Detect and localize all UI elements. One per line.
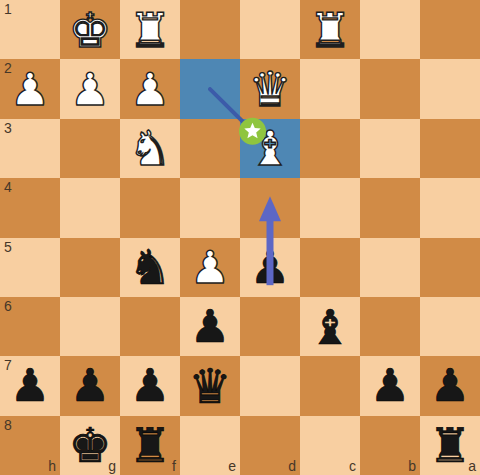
piece-black-king-g8[interactable]: ♚	[68, 421, 111, 469]
square-b2[interactable]	[360, 59, 420, 118]
rank-label-5: 5	[4, 239, 12, 255]
piece-black-queen-e7[interactable]: ♛	[188, 362, 231, 410]
square-b5[interactable]	[360, 238, 420, 297]
square-h6[interactable]: 6	[0, 297, 60, 356]
square-f6[interactable]	[120, 297, 180, 356]
square-e2[interactable]	[180, 59, 240, 118]
square-d5[interactable]: ♟	[240, 238, 300, 297]
square-d8[interactable]: d	[240, 416, 300, 475]
square-c5[interactable]	[300, 238, 360, 297]
square-a6[interactable]	[420, 297, 480, 356]
square-h1[interactable]: 1	[0, 0, 60, 59]
square-g8[interactable]: g♚	[60, 416, 120, 475]
piece-black-pawn-h7[interactable]: ♟	[10, 363, 50, 408]
square-e5[interactable]: ♟	[180, 238, 240, 297]
rank-label-3: 3	[4, 120, 12, 136]
square-f7[interactable]: ♟	[120, 356, 180, 415]
file-label-c: c	[349, 458, 356, 474]
square-g4[interactable]	[60, 178, 120, 237]
piece-black-pawn-f7[interactable]: ♟	[130, 363, 170, 408]
piece-white-pawn-h2[interactable]: ♟	[10, 67, 50, 112]
square-a7[interactable]: ♟	[420, 356, 480, 415]
file-label-b: b	[408, 458, 416, 474]
square-c8[interactable]: c	[300, 416, 360, 475]
square-f8[interactable]: f♜	[120, 416, 180, 475]
piece-black-knight-f5[interactable]: ♞	[128, 243, 171, 291]
rank-label-1: 1	[4, 1, 12, 17]
square-c3[interactable]	[300, 119, 360, 178]
chess-board[interactable]: 1♚♜♜2♟♟♟♛3♞♝45♞♟♟6♟♝7♟♟♟♛♟♟8hg♚f♜edcba♜	[0, 0, 480, 475]
square-b3[interactable]	[360, 119, 420, 178]
square-f5[interactable]: ♞	[120, 238, 180, 297]
piece-black-pawn-d5[interactable]: ♟	[250, 245, 290, 290]
square-g5[interactable]	[60, 238, 120, 297]
square-h3[interactable]: 3	[0, 119, 60, 178]
rank-label-8: 8	[4, 417, 12, 433]
square-f2[interactable]: ♟	[120, 59, 180, 118]
square-d3[interactable]: ♝	[240, 119, 300, 178]
square-f4[interactable]	[120, 178, 180, 237]
square-d4[interactable]	[240, 178, 300, 237]
piece-white-rook-f1[interactable]: ♜	[128, 6, 171, 54]
piece-white-king-g1[interactable]: ♚	[68, 6, 111, 54]
square-a1[interactable]	[420, 0, 480, 59]
square-h5[interactable]: 5	[0, 238, 60, 297]
square-d6[interactable]	[240, 297, 300, 356]
piece-white-bishop-d3[interactable]: ♝	[248, 124, 291, 172]
file-label-f: f	[172, 458, 176, 474]
square-f1[interactable]: ♜	[120, 0, 180, 59]
square-g7[interactable]: ♟	[60, 356, 120, 415]
square-a5[interactable]	[420, 238, 480, 297]
square-e6[interactable]: ♟	[180, 297, 240, 356]
square-d1[interactable]	[240, 0, 300, 59]
square-d7[interactable]	[240, 356, 300, 415]
square-c6[interactable]: ♝	[300, 297, 360, 356]
square-h7[interactable]: 7♟	[0, 356, 60, 415]
square-e7[interactable]: ♛	[180, 356, 240, 415]
square-c1[interactable]: ♜	[300, 0, 360, 59]
rank-label-6: 6	[4, 298, 12, 314]
square-e3[interactable]	[180, 119, 240, 178]
square-g2[interactable]: ♟	[60, 59, 120, 118]
chess-analysis-screenshot: 1♚♜♜2♟♟♟♛3♞♝45♞♟♟6♟♝7♟♟♟♛♟♟8hg♚f♜edcba♜	[0, 0, 480, 475]
file-label-e: e	[228, 458, 236, 474]
piece-white-pawn-f2[interactable]: ♟	[130, 67, 170, 112]
square-d2[interactable]: ♛	[240, 59, 300, 118]
square-a4[interactable]	[420, 178, 480, 237]
square-e4[interactable]	[180, 178, 240, 237]
square-b7[interactable]: ♟	[360, 356, 420, 415]
piece-black-rook-f8[interactable]: ♜	[128, 421, 171, 469]
square-b4[interactable]	[360, 178, 420, 237]
piece-black-pawn-e6[interactable]: ♟	[190, 304, 230, 349]
piece-black-pawn-a7[interactable]: ♟	[430, 363, 470, 408]
square-h8[interactable]: 8h	[0, 416, 60, 475]
square-h4[interactable]: 4	[0, 178, 60, 237]
piece-black-pawn-g7[interactable]: ♟	[70, 363, 110, 408]
rank-label-4: 4	[4, 179, 12, 195]
square-c7[interactable]	[300, 356, 360, 415]
piece-black-bishop-c6[interactable]: ♝	[308, 303, 351, 351]
square-b8[interactable]: b	[360, 416, 420, 475]
square-f3[interactable]: ♞	[120, 119, 180, 178]
square-a3[interactable]	[420, 119, 480, 178]
square-g6[interactable]	[60, 297, 120, 356]
square-a2[interactable]	[420, 59, 480, 118]
square-c2[interactable]	[300, 59, 360, 118]
file-label-d: d	[288, 458, 296, 474]
square-g1[interactable]: ♚	[60, 0, 120, 59]
square-g3[interactable]	[60, 119, 120, 178]
piece-black-rook-a8[interactable]: ♜	[428, 421, 471, 469]
square-e8[interactable]: e	[180, 416, 240, 475]
piece-white-pawn-e5[interactable]: ♟	[190, 245, 230, 290]
piece-white-pawn-g2[interactable]: ♟	[70, 67, 110, 112]
square-b6[interactable]	[360, 297, 420, 356]
square-e1[interactable]	[180, 0, 240, 59]
piece-black-pawn-b7[interactable]: ♟	[370, 363, 410, 408]
square-b1[interactable]	[360, 0, 420, 59]
piece-white-rook-c1[interactable]: ♜	[308, 6, 351, 54]
piece-white-knight-f3[interactable]: ♞	[128, 124, 171, 172]
file-label-h: h	[48, 458, 56, 474]
square-h2[interactable]: 2♟	[0, 59, 60, 118]
square-c4[interactable]	[300, 178, 360, 237]
square-a8[interactable]: a♜	[420, 416, 480, 475]
piece-white-queen-d2[interactable]: ♛	[248, 65, 291, 113]
